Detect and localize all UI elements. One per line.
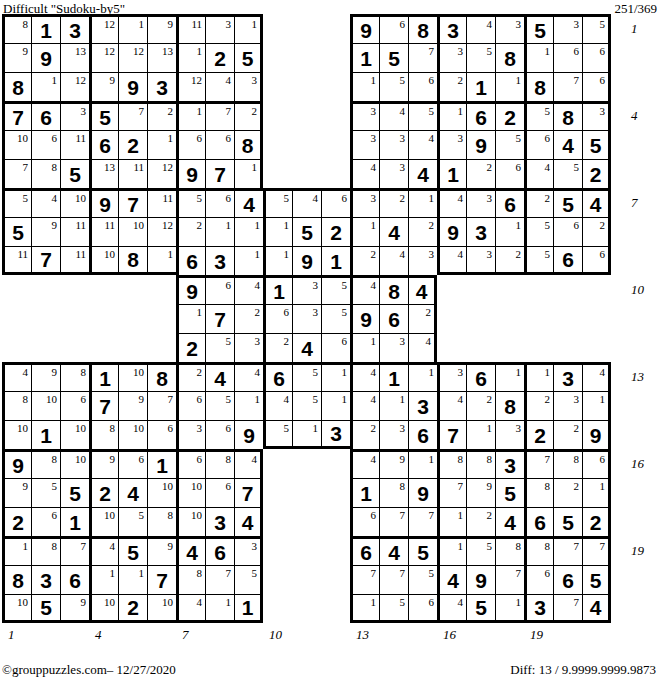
cell-r7c5[interactable]: 7 — [118, 188, 147, 217]
cell-r8c14[interactable]: 4 — [379, 217, 408, 246]
cell-r8c19[interactable]: 5 — [524, 217, 553, 246]
cell-r11c14[interactable]: 6 — [379, 304, 408, 333]
cell-r9c15[interactable]: 3 — [408, 246, 437, 275]
cell-r20c5[interactable]: 1 — [118, 565, 147, 594]
cell-r8c21[interactable]: 2 — [582, 217, 611, 246]
cell-r2c16[interactable]: 3 — [437, 43, 466, 72]
cell-r13c3[interactable]: 8 — [60, 362, 89, 391]
cell-r14c2[interactable]: 10 — [31, 391, 60, 420]
cell-r8c10[interactable]: 1 — [263, 217, 292, 246]
cell-r16c6[interactable]: 1 — [147, 449, 176, 478]
cell-r3c21[interactable]: 6 — [582, 72, 611, 101]
cell-r15c16[interactable]: 7 — [437, 420, 466, 449]
cell-r17c18[interactable]: 5 — [495, 478, 524, 507]
cell-r8c13[interactable]: 1 — [350, 217, 379, 246]
cell-r20c17[interactable]: 9 — [466, 565, 495, 594]
cell-r15c10[interactable]: 5 — [263, 420, 292, 449]
cell-r20c20[interactable]: 6 — [553, 565, 582, 594]
cell-r10c14[interactable]: 8 — [379, 275, 408, 304]
cell-r6c5[interactable]: 11 — [118, 159, 147, 188]
cell-r13c17[interactable]: 6 — [466, 362, 495, 391]
cell-r3c20[interactable]: 7 — [553, 72, 582, 101]
cell-r7c14[interactable]: 2 — [379, 188, 408, 217]
cell-r10c13[interactable]: 4 — [350, 275, 379, 304]
cell-r9c19[interactable]: 5 — [524, 246, 553, 275]
cell-r4c21[interactable]: 3 — [582, 101, 611, 130]
cell-r6c1[interactable]: 7 — [2, 159, 31, 188]
cell-r11c7[interactable]: 1 — [176, 304, 205, 333]
cell-r21c7[interactable]: 4 — [176, 594, 205, 623]
cell-r3c17[interactable]: 1 — [466, 72, 495, 101]
cell-r3c6[interactable]: 3 — [147, 72, 176, 101]
cell-r17c8[interactable]: 6 — [205, 478, 234, 507]
cell-r3c14[interactable]: 5 — [379, 72, 408, 101]
cell-r8c15[interactable]: 2 — [408, 217, 437, 246]
cell-r5c7[interactable]: 6 — [176, 130, 205, 159]
cell-r13c18[interactable]: 1 — [495, 362, 524, 391]
cell-r14c9[interactable]: 1 — [234, 391, 263, 420]
cell-r21c13[interactable]: 1 — [350, 594, 379, 623]
cell-r4c6[interactable]: 2 — [147, 101, 176, 130]
cell-r5c2[interactable]: 6 — [31, 130, 60, 159]
cell-r9c4[interactable]: 10 — [89, 246, 118, 275]
cell-r7c17[interactable]: 3 — [466, 188, 495, 217]
cell-r10c12[interactable]: 5 — [321, 275, 350, 304]
cell-r6c17[interactable]: 2 — [466, 159, 495, 188]
cell-r1c20[interactable]: 3 — [553, 14, 582, 43]
cell-r8c17[interactable]: 3 — [466, 217, 495, 246]
cell-r18c5[interactable]: 5 — [118, 507, 147, 536]
cell-r15c14[interactable]: 3 — [379, 420, 408, 449]
cell-r13c21[interactable]: 4 — [582, 362, 611, 391]
cell-r14c3[interactable]: 6 — [60, 391, 89, 420]
cell-r7c11[interactable]: 4 — [292, 188, 321, 217]
cell-r10c9[interactable]: 4 — [234, 275, 263, 304]
cell-r18c15[interactable]: 7 — [408, 507, 437, 536]
cell-r10c7[interactable]: 9 — [176, 275, 205, 304]
cell-r10c8[interactable]: 6 — [205, 275, 234, 304]
cell-r3c5[interactable]: 9 — [118, 72, 147, 101]
cell-r15c9[interactable]: 9 — [234, 420, 263, 449]
cell-r14c19[interactable]: 2 — [524, 391, 553, 420]
cell-r4c8[interactable]: 7 — [205, 101, 234, 130]
cell-r4c15[interactable]: 5 — [408, 101, 437, 130]
cell-r13c2[interactable]: 9 — [31, 362, 60, 391]
cell-r19c4[interactable]: 4 — [89, 536, 118, 565]
cell-r9c8[interactable]: 3 — [205, 246, 234, 275]
cell-r3c7[interactable]: 12 — [176, 72, 205, 101]
cell-r13c8[interactable]: 4 — [205, 362, 234, 391]
cell-r8c2[interactable]: 9 — [31, 217, 60, 246]
cell-r4c19[interactable]: 5 — [524, 101, 553, 130]
cell-r15c13[interactable]: 2 — [350, 420, 379, 449]
cell-r20c6[interactable]: 7 — [147, 565, 176, 594]
cell-r17c4[interactable]: 2 — [89, 478, 118, 507]
cell-r8c1[interactable]: 5 — [2, 217, 31, 246]
cell-r2c13[interactable]: 1 — [350, 43, 379, 72]
cell-r7c2[interactable]: 4 — [31, 188, 60, 217]
cell-r10c10[interactable]: 1 — [263, 275, 292, 304]
cell-r2c3[interactable]: 13 — [60, 43, 89, 72]
cell-r1c15[interactable]: 8 — [408, 14, 437, 43]
cell-r21c14[interactable]: 5 — [379, 594, 408, 623]
cell-r9c18[interactable]: 2 — [495, 246, 524, 275]
cell-r17c7[interactable]: 10 — [176, 478, 205, 507]
cell-r4c14[interactable]: 4 — [379, 101, 408, 130]
cell-r7c20[interactable]: 5 — [553, 188, 582, 217]
cell-r16c20[interactable]: 8 — [553, 449, 582, 478]
cell-r12c8[interactable]: 5 — [205, 333, 234, 362]
cell-r16c9[interactable]: 4 — [234, 449, 263, 478]
cell-r3c3[interactable]: 12 — [60, 72, 89, 101]
cell-r17c2[interactable]: 5 — [31, 478, 60, 507]
cell-r21c15[interactable]: 6 — [408, 594, 437, 623]
cell-r19c17[interactable]: 5 — [466, 536, 495, 565]
cell-r13c19[interactable]: 1 — [524, 362, 553, 391]
cell-r18c16[interactable]: 1 — [437, 507, 466, 536]
cell-r1c17[interactable]: 4 — [466, 14, 495, 43]
cell-r7c7[interactable]: 5 — [176, 188, 205, 217]
cell-r3c19[interactable]: 8 — [524, 72, 553, 101]
cell-r14c12[interactable]: 1 — [321, 391, 350, 420]
cell-r1c3[interactable]: 3 — [60, 14, 89, 43]
cell-r4c13[interactable]: 3 — [350, 101, 379, 130]
cell-r4c16[interactable]: 1 — [437, 101, 466, 130]
cell-r21c6[interactable]: 10 — [147, 594, 176, 623]
cell-r4c5[interactable]: 7 — [118, 101, 147, 130]
cell-r14c20[interactable]: 3 — [553, 391, 582, 420]
cell-r17c1[interactable]: 9 — [2, 478, 31, 507]
cell-r2c14[interactable]: 5 — [379, 43, 408, 72]
cell-r10c11[interactable]: 3 — [292, 275, 321, 304]
cell-r9c3[interactable]: 11 — [60, 246, 89, 275]
cell-r3c2[interactable]: 1 — [31, 72, 60, 101]
cell-r15c1[interactable]: 10 — [2, 420, 31, 449]
cell-r3c13[interactable]: 1 — [350, 72, 379, 101]
cell-r4c2[interactable]: 6 — [31, 101, 60, 130]
cell-r9c11[interactable]: 9 — [292, 246, 321, 275]
cell-r14c16[interactable]: 4 — [437, 391, 466, 420]
cell-r17c19[interactable]: 8 — [524, 478, 553, 507]
cell-r17c6[interactable]: 10 — [147, 478, 176, 507]
cell-r1c16[interactable]: 3 — [437, 14, 466, 43]
cell-r13c11[interactable]: 5 — [292, 362, 321, 391]
cell-r4c17[interactable]: 6 — [466, 101, 495, 130]
cell-r21c4[interactable]: 10 — [89, 594, 118, 623]
cell-r6c21[interactable]: 2 — [582, 159, 611, 188]
cell-r9c5[interactable]: 8 — [118, 246, 147, 275]
cell-r19c8[interactable]: 6 — [205, 536, 234, 565]
cell-r4c9[interactable]: 2 — [234, 101, 263, 130]
cell-r15c20[interactable]: 2 — [553, 420, 582, 449]
cell-r4c7[interactable]: 1 — [176, 101, 205, 130]
cell-r5c4[interactable]: 6 — [89, 130, 118, 159]
cell-r17c16[interactable]: 7 — [437, 478, 466, 507]
cell-r7c10[interactable]: 5 — [263, 188, 292, 217]
cell-r6c6[interactable]: 12 — [147, 159, 176, 188]
cell-r9c12[interactable]: 1 — [321, 246, 350, 275]
cell-r2c18[interactable]: 8 — [495, 43, 524, 72]
cell-r4c20[interactable]: 8 — [553, 101, 582, 130]
cell-r16c16[interactable]: 8 — [437, 449, 466, 478]
cell-r11c8[interactable]: 7 — [205, 304, 234, 333]
cell-r18c2[interactable]: 6 — [31, 507, 60, 536]
cell-r4c18[interactable]: 2 — [495, 101, 524, 130]
cell-r18c4[interactable]: 10 — [89, 507, 118, 536]
cell-r18c9[interactable]: 4 — [234, 507, 263, 536]
cell-r13c5[interactable]: 10 — [118, 362, 147, 391]
cell-r18c19[interactable]: 6 — [524, 507, 553, 536]
cell-r6c4[interactable]: 13 — [89, 159, 118, 188]
cell-r1c19[interactable]: 5 — [524, 14, 553, 43]
cell-r15c17[interactable]: 1 — [466, 420, 495, 449]
cell-r18c21[interactable]: 2 — [582, 507, 611, 536]
cell-r1c5[interactable]: 1 — [118, 14, 147, 43]
cell-r2c5[interactable]: 12 — [118, 43, 147, 72]
cell-r11c15[interactable]: 2 — [408, 304, 437, 333]
cell-r19c14[interactable]: 4 — [379, 536, 408, 565]
cell-r20c3[interactable]: 6 — [60, 565, 89, 594]
cell-r15c4[interactable]: 8 — [89, 420, 118, 449]
cell-r13c1[interactable]: 4 — [2, 362, 31, 391]
cell-r18c18[interactable]: 4 — [495, 507, 524, 536]
cell-r17c21[interactable]: 1 — [582, 478, 611, 507]
cell-r19c7[interactable]: 4 — [176, 536, 205, 565]
cell-r14c8[interactable]: 5 — [205, 391, 234, 420]
cell-r12c15[interactable]: 4 — [408, 333, 437, 362]
cell-r8c12[interactable]: 2 — [321, 217, 350, 246]
cell-r9c20[interactable]: 6 — [553, 246, 582, 275]
cell-r15c12[interactable]: 3 — [321, 420, 350, 449]
cell-r14c15[interactable]: 3 — [408, 391, 437, 420]
cell-r17c15[interactable]: 9 — [408, 478, 437, 507]
cell-r13c20[interactable]: 3 — [553, 362, 582, 391]
cell-r8c7[interactable]: 2 — [176, 217, 205, 246]
cell-r1c18[interactable]: 3 — [495, 14, 524, 43]
cell-r2c6[interactable]: 13 — [147, 43, 176, 72]
cell-r2c9[interactable]: 5 — [234, 43, 263, 72]
cell-r18c6[interactable]: 8 — [147, 507, 176, 536]
cell-r6c8[interactable]: 7 — [205, 159, 234, 188]
cell-r15c8[interactable]: 6 — [205, 420, 234, 449]
cell-r6c13[interactable]: 4 — [350, 159, 379, 188]
cell-r21c21[interactable]: 4 — [582, 594, 611, 623]
cell-r5c16[interactable]: 3 — [437, 130, 466, 159]
cell-r9c9[interactable]: 1 — [234, 246, 263, 275]
cell-r19c16[interactable]: 1 — [437, 536, 466, 565]
cell-r13c14[interactable]: 1 — [379, 362, 408, 391]
cell-r20c2[interactable]: 3 — [31, 565, 60, 594]
cell-r11c9[interactable]: 2 — [234, 304, 263, 333]
cell-r15c11[interactable]: 1 — [292, 420, 321, 449]
cell-r6c15[interactable]: 4 — [408, 159, 437, 188]
cell-r12c7[interactable]: 2 — [176, 333, 205, 362]
cell-r2c4[interactable]: 12 — [89, 43, 118, 72]
cell-r8c20[interactable]: 6 — [553, 217, 582, 246]
cell-r2c8[interactable]: 2 — [205, 43, 234, 72]
cell-r13c16[interactable]: 3 — [437, 362, 466, 391]
cell-r19c15[interactable]: 5 — [408, 536, 437, 565]
cell-r16c5[interactable]: 6 — [118, 449, 147, 478]
cell-r19c20[interactable]: 7 — [553, 536, 582, 565]
cell-r16c15[interactable]: 1 — [408, 449, 437, 478]
cell-r16c17[interactable]: 8 — [466, 449, 495, 478]
cell-r5c14[interactable]: 3 — [379, 130, 408, 159]
cell-r17c17[interactable]: 9 — [466, 478, 495, 507]
cell-r14c11[interactable]: 5 — [292, 391, 321, 420]
cell-r18c7[interactable]: 10 — [176, 507, 205, 536]
cell-r13c13[interactable]: 4 — [350, 362, 379, 391]
cell-r3c8[interactable]: 4 — [205, 72, 234, 101]
cell-r20c14[interactable]: 7 — [379, 565, 408, 594]
cell-r7c18[interactable]: 6 — [495, 188, 524, 217]
cell-r2c19[interactable]: 1 — [524, 43, 553, 72]
cell-r14c18[interactable]: 8 — [495, 391, 524, 420]
cell-r5c17[interactable]: 9 — [466, 130, 495, 159]
cell-r10c15[interactable]: 4 — [408, 275, 437, 304]
cell-r20c18[interactable]: 7 — [495, 565, 524, 594]
cell-r11c13[interactable]: 9 — [350, 304, 379, 333]
cell-r15c15[interactable]: 6 — [408, 420, 437, 449]
cell-r5c19[interactable]: 6 — [524, 130, 553, 159]
cell-r11c10[interactable]: 6 — [263, 304, 292, 333]
cell-r13c7[interactable]: 2 — [176, 362, 205, 391]
cell-r4c1[interactable]: 7 — [2, 101, 31, 130]
cell-r21c2[interactable]: 5 — [31, 594, 60, 623]
cell-r3c16[interactable]: 2 — [437, 72, 466, 101]
cell-r7c15[interactable]: 1 — [408, 188, 437, 217]
cell-r13c12[interactable]: 1 — [321, 362, 350, 391]
cell-r20c21[interactable]: 5 — [582, 565, 611, 594]
cell-r15c18[interactable]: 3 — [495, 420, 524, 449]
cell-r1c7[interactable]: 11 — [176, 14, 205, 43]
cell-r16c13[interactable]: 4 — [350, 449, 379, 478]
cell-r9c1[interactable]: 11 — [2, 246, 31, 275]
cell-r11c11[interactable]: 3 — [292, 304, 321, 333]
cell-r2c17[interactable]: 5 — [466, 43, 495, 72]
cell-r7c21[interactable]: 4 — [582, 188, 611, 217]
cell-r9c7[interactable]: 6 — [176, 246, 205, 275]
cell-r21c8[interactable]: 1 — [205, 594, 234, 623]
cell-r5c1[interactable]: 10 — [2, 130, 31, 159]
cell-r15c5[interactable]: 10 — [118, 420, 147, 449]
cell-r14c6[interactable]: 7 — [147, 391, 176, 420]
cell-r9c10[interactable]: 1 — [263, 246, 292, 275]
cell-r9c16[interactable]: 4 — [437, 246, 466, 275]
cell-r7c16[interactable]: 4 — [437, 188, 466, 217]
cell-r15c21[interactable]: 9 — [582, 420, 611, 449]
cell-r3c4[interactable]: 9 — [89, 72, 118, 101]
cell-r21c20[interactable]: 7 — [553, 594, 582, 623]
cell-r21c9[interactable]: 1 — [234, 594, 263, 623]
cell-r20c19[interactable]: 6 — [524, 565, 553, 594]
cell-r19c18[interactable]: 8 — [495, 536, 524, 565]
cell-r2c1[interactable]: 9 — [2, 43, 31, 72]
cell-r15c6[interactable]: 6 — [147, 420, 176, 449]
cell-r9c13[interactable]: 2 — [350, 246, 379, 275]
cell-r9c2[interactable]: 7 — [31, 246, 60, 275]
cell-r3c9[interactable]: 3 — [234, 72, 263, 101]
cell-r19c9[interactable]: 3 — [234, 536, 263, 565]
cell-r8c3[interactable]: 11 — [60, 217, 89, 246]
cell-r19c6[interactable]: 9 — [147, 536, 176, 565]
cell-r6c18[interactable]: 6 — [495, 159, 524, 188]
cell-r7c19[interactable]: 2 — [524, 188, 553, 217]
cell-r20c7[interactable]: 8 — [176, 565, 205, 594]
cell-r13c15[interactable]: 1 — [408, 362, 437, 391]
cell-r13c9[interactable]: 4 — [234, 362, 263, 391]
cell-r17c3[interactable]: 5 — [60, 478, 89, 507]
cell-r7c8[interactable]: 6 — [205, 188, 234, 217]
cell-r19c21[interactable]: 7 — [582, 536, 611, 565]
cell-r12c12[interactable]: 6 — [321, 333, 350, 362]
cell-r8c5[interactable]: 10 — [118, 217, 147, 246]
cell-r8c8[interactable]: 1 — [205, 217, 234, 246]
cell-r20c8[interactable]: 7 — [205, 565, 234, 594]
cell-r17c13[interactable]: 1 — [350, 478, 379, 507]
cell-r5c9[interactable]: 8 — [234, 130, 263, 159]
cell-r12c9[interactable]: 3 — [234, 333, 263, 362]
cell-r13c10[interactable]: 6 — [263, 362, 292, 391]
cell-r21c19[interactable]: 3 — [524, 594, 553, 623]
cell-r14c7[interactable]: 6 — [176, 391, 205, 420]
cell-r20c16[interactable]: 4 — [437, 565, 466, 594]
cell-r20c4[interactable]: 1 — [89, 565, 118, 594]
cell-r12c13[interactable]: 1 — [350, 333, 379, 362]
cell-r5c3[interactable]: 11 — [60, 130, 89, 159]
cell-r3c18[interactable]: 1 — [495, 72, 524, 101]
cell-r1c9[interactable]: 1 — [234, 14, 263, 43]
cell-r5c21[interactable]: 5 — [582, 130, 611, 159]
cell-r9c21[interactable]: 6 — [582, 246, 611, 275]
cell-r8c9[interactable]: 1 — [234, 217, 263, 246]
cell-r9c6[interactable]: 1 — [147, 246, 176, 275]
cell-r7c12[interactable]: 6 — [321, 188, 350, 217]
cell-r2c15[interactable]: 7 — [408, 43, 437, 72]
cell-r16c1[interactable]: 9 — [2, 449, 31, 478]
cell-r8c6[interactable]: 12 — [147, 217, 176, 246]
cell-r15c2[interactable]: 1 — [31, 420, 60, 449]
cell-r7c3[interactable]: 10 — [60, 188, 89, 217]
cell-r1c8[interactable]: 3 — [205, 14, 234, 43]
cell-r14c10[interactable]: 4 — [263, 391, 292, 420]
cell-r21c18[interactable]: 1 — [495, 594, 524, 623]
cell-r18c8[interactable]: 3 — [205, 507, 234, 536]
cell-r12c11[interactable]: 4 — [292, 333, 321, 362]
cell-r19c2[interactable]: 8 — [31, 536, 60, 565]
cell-r6c7[interactable]: 9 — [176, 159, 205, 188]
cell-r19c3[interactable]: 7 — [60, 536, 89, 565]
cell-r7c1[interactable]: 5 — [2, 188, 31, 217]
cell-r7c6[interactable]: 11 — [147, 188, 176, 217]
cell-r5c6[interactable]: 1 — [147, 130, 176, 159]
cell-r20c9[interactable]: 5 — [234, 565, 263, 594]
cell-r6c20[interactable]: 5 — [553, 159, 582, 188]
cell-r14c4[interactable]: 7 — [89, 391, 118, 420]
cell-r16c4[interactable]: 9 — [89, 449, 118, 478]
cell-r5c13[interactable]: 3 — [350, 130, 379, 159]
cell-r6c14[interactable]: 3 — [379, 159, 408, 188]
cell-r17c20[interactable]: 2 — [553, 478, 582, 507]
cell-r8c16[interactable]: 9 — [437, 217, 466, 246]
cell-r6c19[interactable]: 4 — [524, 159, 553, 188]
cell-r6c9[interactable]: 1 — [234, 159, 263, 188]
cell-r7c13[interactable]: 3 — [350, 188, 379, 217]
cell-r18c17[interactable]: 2 — [466, 507, 495, 536]
cell-r14c5[interactable]: 9 — [118, 391, 147, 420]
cell-r16c8[interactable]: 8 — [205, 449, 234, 478]
cell-r16c18[interactable]: 3 — [495, 449, 524, 478]
